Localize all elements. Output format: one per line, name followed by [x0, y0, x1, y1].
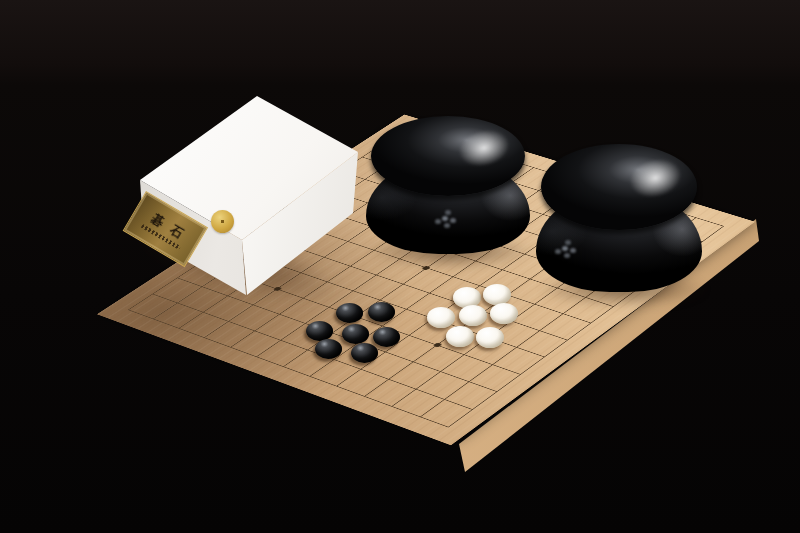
gold-sticker [211, 210, 234, 233]
black-stone [306, 321, 333, 341]
white-stone [476, 327, 504, 348]
stone-box: 碁石 [110, 85, 372, 313]
black-stone [351, 343, 378, 363]
black-stone [373, 327, 400, 347]
white-stone [427, 307, 455, 328]
black-stone [342, 324, 369, 344]
white-stone [490, 303, 518, 324]
white-stone [446, 326, 474, 347]
bowl-reflection [562, 246, 568, 251]
white-stone [459, 305, 487, 326]
go-bowl-right [536, 144, 702, 292]
go-bowl-left [366, 116, 530, 254]
black-stone [315, 339, 342, 359]
white-stone [483, 284, 511, 305]
black-stone [368, 302, 395, 322]
black-stone [336, 303, 363, 323]
bowl-reflection [442, 216, 448, 221]
scene: 碁石 [0, 0, 800, 533]
